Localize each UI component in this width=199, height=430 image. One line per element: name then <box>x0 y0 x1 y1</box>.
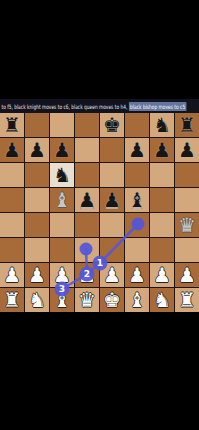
square-c7[interactable]: ♟ <box>50 138 74 162</box>
square-h7[interactable]: ♟ <box>175 138 199 162</box>
square-c3[interactable] <box>50 238 74 262</box>
piece-black-pawn: ♟ <box>178 138 196 162</box>
square-d2[interactable]: ♟ <box>75 263 99 287</box>
square-g7[interactable]: ♟ <box>150 138 174 162</box>
square-f2[interactable]: ♟ <box>125 263 149 287</box>
square-a4[interactable] <box>0 213 24 237</box>
piece-black-king: ♚ <box>103 113 121 137</box>
square-e4[interactable] <box>100 213 124 237</box>
square-a6[interactable] <box>0 163 24 187</box>
square-d3[interactable] <box>75 238 99 262</box>
square-e2[interactable]: ♟ <box>100 263 124 287</box>
piece-black-rook: ♜ <box>178 113 196 137</box>
square-c4[interactable] <box>50 213 74 237</box>
square-f8[interactable] <box>125 113 149 137</box>
instruction-highlight: black bishop moves to c5 <box>129 102 187 111</box>
piece-black-pawn: ♟ <box>53 138 71 162</box>
piece-white-knight: ♞ <box>153 288 171 312</box>
piece-white-pawn: ♟ <box>78 263 96 287</box>
square-b6[interactable] <box>25 163 49 187</box>
square-c8[interactable] <box>50 113 74 137</box>
square-c1[interactable]: ♝ <box>50 288 74 312</box>
instruction-banner: to f5, black knight moves to c6, black q… <box>0 99 199 113</box>
piece-white-pawn: ♟ <box>53 263 71 287</box>
square-c6[interactable]: ♞ <box>50 163 74 187</box>
piece-white-pawn: ♟ <box>128 263 146 287</box>
square-h4[interactable]: ♛ <box>175 213 199 237</box>
piece-white-king: ♚ <box>103 288 121 312</box>
piece-black-pawn: ♟ <box>128 138 146 162</box>
square-b1[interactable]: ♞ <box>25 288 49 312</box>
square-b4[interactable] <box>25 213 49 237</box>
piece-black-pawn: ♟ <box>78 188 96 212</box>
square-g5[interactable] <box>150 188 174 212</box>
square-e3[interactable] <box>100 238 124 262</box>
piece-white-bishop: ♝ <box>128 288 146 312</box>
square-d7[interactable] <box>75 138 99 162</box>
square-e8[interactable]: ♚ <box>100 113 124 137</box>
piece-black-pawn: ♟ <box>3 138 21 162</box>
square-a1[interactable]: ♜ <box>0 288 24 312</box>
piece-black-knight: ♞ <box>153 113 171 137</box>
square-b7[interactable]: ♟ <box>25 138 49 162</box>
piece-black-pawn: ♟ <box>153 138 171 162</box>
square-a5[interactable] <box>0 188 24 212</box>
piece-white-knight: ♞ <box>28 288 46 312</box>
phone-screen: to f5, black knight moves to c6, black q… <box>0 0 199 430</box>
piece-black-pawn: ♟ <box>103 188 121 212</box>
square-h2[interactable]: ♟ <box>175 263 199 287</box>
square-h1[interactable]: ♜ <box>175 288 199 312</box>
square-b2[interactable]: ♟ <box>25 263 49 287</box>
square-g4[interactable] <box>150 213 174 237</box>
square-f1[interactable]: ♝ <box>125 288 149 312</box>
square-d1[interactable]: ♛ <box>75 288 99 312</box>
square-h8[interactable]: ♜ <box>175 113 199 137</box>
square-a3[interactable] <box>0 238 24 262</box>
piece-black-pawn: ♟ <box>28 138 46 162</box>
ghost-piece-queen: ♛ <box>178 213 196 237</box>
piece-black-rook: ♜ <box>3 113 21 137</box>
piece-white-rook: ♜ <box>178 288 196 312</box>
piece-white-rook: ♜ <box>3 288 21 312</box>
square-a7[interactable]: ♟ <box>0 138 24 162</box>
square-f4[interactable] <box>125 213 149 237</box>
square-e6[interactable] <box>100 163 124 187</box>
piece-white-pawn: ♟ <box>3 263 21 287</box>
ghost-piece-bishop: ♝ <box>53 188 71 212</box>
chess-board: ♜♚♞♜♟♟♟♟♟♟♞♝♟♟♟♟♝♝♛♟♟♟♟♟♟♟♟♜♞♝♛♚♝♞♜ <box>0 113 199 312</box>
square-g1[interactable]: ♞ <box>150 288 174 312</box>
square-e7[interactable] <box>100 138 124 162</box>
piece-white-pawn: ♟ <box>178 263 196 287</box>
square-a8[interactable]: ♜ <box>0 113 24 137</box>
square-e5[interactable]: ♟♟ <box>100 188 124 212</box>
square-e1[interactable]: ♚ <box>100 288 124 312</box>
instruction-prefix: to f5, black knight moves to c6, black q… <box>1 103 128 110</box>
piece-white-pawn: ♟ <box>28 263 46 287</box>
piece-white-pawn: ♟ <box>153 263 171 287</box>
square-h5[interactable] <box>175 188 199 212</box>
square-c2[interactable]: ♟ <box>50 263 74 287</box>
piece-white-pawn: ♟ <box>103 263 121 287</box>
square-h6[interactable] <box>175 163 199 187</box>
square-f5[interactable]: ♝♝ <box>125 188 149 212</box>
square-g3[interactable] <box>150 238 174 262</box>
instruction-text: to f5, black knight moves to c6, black q… <box>0 103 187 110</box>
square-b8[interactable] <box>25 113 49 137</box>
square-h3[interactable] <box>175 238 199 262</box>
square-d8[interactable] <box>75 113 99 137</box>
square-f6[interactable] <box>125 163 149 187</box>
piece-white-queen: ♛ <box>78 288 96 312</box>
square-d5[interactable]: ♟♟ <box>75 188 99 212</box>
square-b3[interactable] <box>25 238 49 262</box>
square-c5[interactable]: ♝ <box>50 188 74 212</box>
square-g2[interactable]: ♟ <box>150 263 174 287</box>
piece-black-knight: ♞ <box>53 163 71 187</box>
piece-white-bishop: ♝ <box>53 288 71 312</box>
square-b5[interactable] <box>25 188 49 212</box>
square-f3[interactable] <box>125 238 149 262</box>
square-f7[interactable]: ♟ <box>125 138 149 162</box>
square-d6[interactable] <box>75 163 99 187</box>
square-d4[interactable] <box>75 213 99 237</box>
piece-black-bishop: ♝ <box>128 188 146 212</box>
square-g6[interactable] <box>150 163 174 187</box>
square-a2[interactable]: ♟ <box>0 263 24 287</box>
square-g8[interactable]: ♞ <box>150 113 174 137</box>
